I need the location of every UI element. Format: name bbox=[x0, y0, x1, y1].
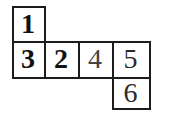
cell-number: 4 bbox=[88, 45, 102, 73]
cube-net-diagram: 132456 bbox=[0, 0, 177, 126]
cell-number: 3 bbox=[21, 45, 35, 73]
cell-number: 5 bbox=[124, 45, 138, 73]
cell-r2c4: 5 bbox=[112, 41, 151, 79]
cell-r2c3: 4 bbox=[78, 41, 114, 79]
cell-number: 1 bbox=[21, 10, 35, 38]
cell-number: 2 bbox=[54, 45, 68, 73]
cell-r2c2: 2 bbox=[44, 41, 80, 79]
cell-r1c1: 1 bbox=[12, 6, 46, 43]
cell-r2c1: 3 bbox=[12, 41, 46, 79]
cell-number: 6 bbox=[124, 79, 138, 107]
cell-r3c4: 6 bbox=[112, 77, 151, 110]
